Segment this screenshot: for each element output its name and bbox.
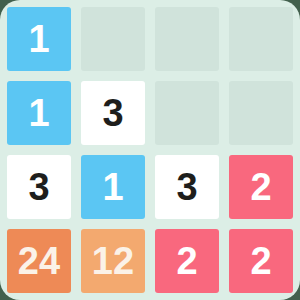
tile-24[interactable]: 24 — [7, 229, 71, 293]
tile-1[interactable]: 1 — [7, 7, 71, 71]
tile-3[interactable]: 3 — [155, 155, 219, 219]
empty-cell — [155, 81, 219, 145]
tile-3[interactable]: 3 — [81, 81, 145, 145]
empty-cell — [155, 7, 219, 71]
tile-2[interactable]: 2 — [229, 155, 293, 219]
board[interactable]: 1133132241222 — [0, 0, 300, 300]
tile-2[interactable]: 2 — [229, 229, 293, 293]
tile-12[interactable]: 12 — [81, 229, 145, 293]
tile-3[interactable]: 3 — [7, 155, 71, 219]
empty-cell — [229, 81, 293, 145]
tile-2[interactable]: 2 — [155, 229, 219, 293]
empty-cell — [229, 7, 293, 71]
empty-cell — [81, 7, 145, 71]
tile-1[interactable]: 1 — [7, 81, 71, 145]
tile-1[interactable]: 1 — [81, 155, 145, 219]
game-icon: 1133132241222 — [0, 0, 300, 300]
